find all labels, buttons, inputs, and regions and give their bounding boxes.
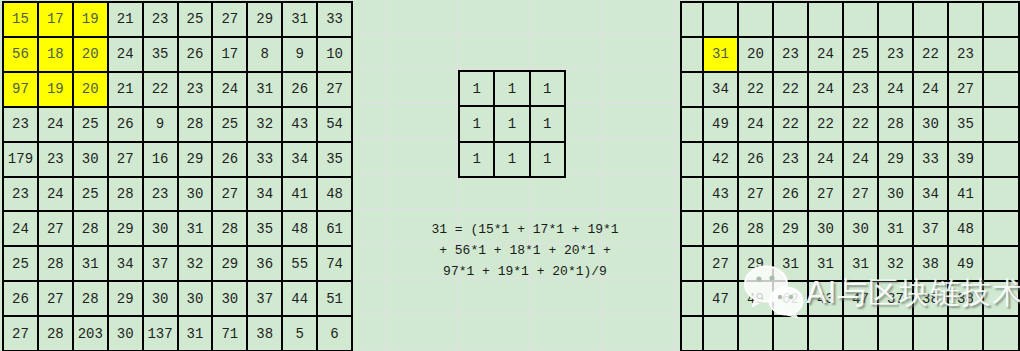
grid-cell: 29 [212, 246, 247, 281]
grid-cell: 38 [913, 281, 948, 316]
grid-cell: 26 [212, 142, 247, 177]
grid-cell [681, 177, 703, 212]
grid-cell: 34 [282, 142, 317, 177]
convolution-demo-page: { "game": "image-convolution demo (3x3 m… [0, 0, 1020, 351]
grid-cell: 31 [773, 246, 808, 281]
grid-cell: 61 [317, 211, 352, 246]
grid-cell: 97 [3, 72, 38, 107]
grid-cell: 26 [773, 177, 808, 212]
grid-cell [983, 246, 1019, 281]
grid-cell: 30 [73, 142, 108, 177]
grid-cell: 49 [738, 281, 773, 316]
grid-cell: 16 [143, 142, 178, 177]
grid-cell: 31 [73, 246, 108, 281]
grid-cell: 25 [73, 177, 108, 212]
grid-cell [681, 316, 703, 351]
grid-cell [681, 246, 703, 281]
grid-cell: 31 [178, 211, 213, 246]
grid-cell: 42 [703, 142, 738, 177]
grid-cell: 26 [282, 72, 317, 107]
grid-cell [983, 316, 1019, 351]
grid-cell [738, 2, 773, 37]
grid-cell [878, 2, 913, 37]
grid-cell: 43 [282, 107, 317, 142]
grid-cell [983, 37, 1019, 72]
grid-cell [681, 107, 703, 142]
grid-cell: 22 [843, 107, 878, 142]
grid-cell [681, 2, 703, 37]
convolution-formula: 31 = (15*1 + 17*1 + 19*1 + 56*1 + 18*1 +… [403, 219, 647, 282]
grid-cell: 34 [247, 177, 282, 212]
grid-cell: 30 [808, 211, 843, 246]
grid-cell: 30 [143, 211, 178, 246]
grid-cell: 30 [913, 107, 948, 142]
grid-cell: 25 [843, 37, 878, 72]
grid-cell: 24 [108, 37, 143, 72]
grid-cell [913, 2, 948, 37]
grid-cell [843, 316, 878, 351]
grid-cell: 31 [282, 2, 317, 37]
grid-cell [948, 316, 983, 351]
grid-cell: 31 [808, 246, 843, 281]
grid-cell: 31 [178, 316, 213, 351]
grid-cell: 27 [212, 177, 247, 212]
grid-cell: 27 [948, 72, 983, 107]
grid-cell: 37 [878, 281, 913, 316]
grid-cell: 28 [38, 316, 73, 351]
formula-line-3: 97*1 + 19*1 + 20*1)/9 [403, 261, 647, 282]
grid-cell: 24 [212, 72, 247, 107]
grid-cell [983, 142, 1019, 177]
grid-cell: 22 [808, 107, 843, 142]
grid-cell: 35 [948, 107, 983, 142]
grid-cell: 29 [773, 211, 808, 246]
grid-cell: 24 [3, 211, 38, 246]
grid-cell: 23 [143, 2, 178, 37]
grid-cell: 24 [843, 142, 878, 177]
grid-cell: 23 [948, 37, 983, 72]
grid-cell: 43 [703, 177, 738, 212]
grid-cell: 23 [843, 72, 878, 107]
grid-cell: 32 [247, 107, 282, 142]
grid-cell: 28 [108, 177, 143, 212]
grid-cell: 33 [317, 2, 352, 37]
grid-cell: 22 [738, 72, 773, 107]
grid-cell [703, 2, 738, 37]
grid-cell: 1 [459, 142, 494, 177]
grid-cell [703, 316, 738, 351]
grid-cell: 30 [143, 281, 178, 316]
grid-cell: 15 [3, 2, 38, 37]
grid-cell: 20 [738, 37, 773, 72]
grid-cell: 27 [3, 316, 38, 351]
grid-cell: 179 [3, 142, 38, 177]
grid-cell: 26 [703, 211, 738, 246]
grid-cell: 19 [38, 72, 73, 107]
grid-cell: 43 [808, 281, 843, 316]
grid-cell: 27 [38, 281, 73, 316]
grid-cell: 9 [143, 107, 178, 142]
grid-cell: 44 [282, 281, 317, 316]
grid-cell: 39 [948, 142, 983, 177]
grid-cell: 48 [317, 177, 352, 212]
grid-cell: 27 [843, 177, 878, 212]
grid-cell: 31 [247, 72, 282, 107]
grid-cell [948, 2, 983, 37]
grid-cell: 18 [38, 37, 73, 72]
grid-cell: 1 [494, 106, 529, 141]
grid-cell: 29 [108, 211, 143, 246]
grid-cell: 25 [178, 2, 213, 37]
grid-cell: 34 [703, 72, 738, 107]
grid-cell [983, 211, 1019, 246]
grid-cell: 31 [878, 211, 913, 246]
grid-cell: 25 [212, 107, 247, 142]
grid-cell: 41 [282, 177, 317, 212]
grid-cell: 24 [878, 72, 913, 107]
grid-cell: 23 [143, 177, 178, 212]
grid-cell: 47 [703, 281, 738, 316]
grid-cell: 47 [843, 281, 878, 316]
grid-cell: 37 [247, 281, 282, 316]
grid-cell: 35 [317, 142, 352, 177]
grid-cell: 33 [913, 142, 948, 177]
grid-cell: 38 [948, 281, 983, 316]
grid-cell: 38 [913, 246, 948, 281]
grid-cell: 1 [494, 71, 529, 106]
grid-cell: 22 [143, 72, 178, 107]
grid-cell: 29 [108, 281, 143, 316]
grid-cell: 48 [282, 211, 317, 246]
grid-cell: 17 [212, 37, 247, 72]
grid-cell: 9 [282, 37, 317, 72]
grid-cell: 20 [73, 72, 108, 107]
grid-cell: 24 [738, 107, 773, 142]
grid-cell [808, 2, 843, 37]
formula-line-2: + 56*1 + 18*1 + 20*1 + [403, 240, 647, 261]
grid-cell: 24 [808, 37, 843, 72]
grid-cell: 27 [808, 177, 843, 212]
grid-cell: 28 [38, 246, 73, 281]
grid-cell: 51 [317, 281, 352, 316]
grid-cell: 37 [143, 246, 178, 281]
grid-cell: 49 [703, 107, 738, 142]
grid-cell: 26 [738, 142, 773, 177]
grid-cell: 6 [317, 316, 352, 351]
grid-cell [808, 316, 843, 351]
grid-cell: 20 [73, 37, 108, 72]
grid-cell: 8 [247, 37, 282, 72]
grid-cell: 17 [38, 2, 73, 37]
grid-cell: 29 [247, 2, 282, 37]
grid-cell: 38 [247, 316, 282, 351]
grid-cell: 35 [143, 37, 178, 72]
grid-cell: 30 [108, 316, 143, 351]
grid-cell: 34 [913, 177, 948, 212]
grid-cell [738, 316, 773, 351]
grid-cell: 19 [73, 2, 108, 37]
grid-cell: 31 [703, 37, 738, 72]
grid-cell: 49 [948, 246, 983, 281]
grid-cell: 1 [530, 71, 565, 106]
grid-cell: 1 [530, 142, 565, 177]
grid-cell [983, 107, 1019, 142]
grid-cell: 24 [808, 72, 843, 107]
grid-cell: 30 [878, 177, 913, 212]
grid-cell: 23 [773, 142, 808, 177]
grid-cell: 37 [913, 211, 948, 246]
grid-cell [878, 316, 913, 351]
kernel-grid: 111111111 [458, 70, 566, 178]
grid-cell: 29 [738, 246, 773, 281]
grid-cell: 23 [3, 177, 38, 212]
grid-cell: 29 [878, 142, 913, 177]
grid-cell [681, 37, 703, 72]
grid-cell: 30 [212, 281, 247, 316]
input-grid: 1517192123252729313356182024352617891097… [2, 1, 353, 351]
grid-cell: 62 [773, 281, 808, 316]
grid-cell [681, 281, 703, 316]
grid-cell: 26 [108, 107, 143, 142]
grid-cell [843, 2, 878, 37]
grid-cell: 22 [913, 37, 948, 72]
grid-cell [773, 2, 808, 37]
grid-cell: 203 [73, 316, 108, 351]
grid-cell: 21 [108, 2, 143, 37]
grid-cell: 27 [212, 2, 247, 37]
grid-cell: 23 [878, 37, 913, 72]
grid-cell: 1 [459, 106, 494, 141]
grid-cell: 23 [773, 37, 808, 72]
grid-cell: 28 [178, 107, 213, 142]
grid-cell: 27 [38, 211, 73, 246]
grid-cell [983, 177, 1019, 212]
grid-cell: 28 [738, 211, 773, 246]
grid-cell [983, 2, 1019, 37]
grid-cell: 26 [3, 281, 38, 316]
grid-cell: 28 [73, 211, 108, 246]
grid-cell: 23 [38, 142, 73, 177]
grid-cell: 29 [178, 142, 213, 177]
grid-cell: 22 [773, 107, 808, 142]
grid-cell: 24 [913, 72, 948, 107]
grid-cell: 31 [843, 246, 878, 281]
grid-cell [983, 72, 1019, 107]
grid-cell: 5 [282, 316, 317, 351]
grid-cell [773, 316, 808, 351]
grid-cell: 30 [178, 281, 213, 316]
grid-cell: 26 [178, 37, 213, 72]
grid-cell: 27 [317, 72, 352, 107]
grid-cell: 28 [212, 211, 247, 246]
grid-cell: 137 [143, 316, 178, 351]
grid-cell: 25 [73, 107, 108, 142]
grid-cell: 25 [3, 246, 38, 281]
grid-cell: 35 [247, 211, 282, 246]
grid-cell: 74 [317, 246, 352, 281]
grid-cell: 32 [878, 246, 913, 281]
grid-cell: 41 [948, 177, 983, 212]
grid-cell: 22 [773, 72, 808, 107]
grid-cell: 24 [38, 107, 73, 142]
grid-cell: 27 [108, 142, 143, 177]
grid-cell: 21 [108, 72, 143, 107]
grid-cell: 34 [108, 246, 143, 281]
grid-cell: 10 [317, 37, 352, 72]
grid-cell: 27 [738, 177, 773, 212]
output-grid: 3120232425232223342222242324242749242222… [680, 1, 1020, 351]
grid-cell: 27 [703, 246, 738, 281]
grid-cell: 71 [212, 316, 247, 351]
grid-cell: 30 [843, 211, 878, 246]
grid-cell: 36 [247, 246, 282, 281]
grid-cell: 28 [878, 107, 913, 142]
grid-cell: 24 [38, 177, 73, 212]
grid-cell: 54 [317, 107, 352, 142]
grid-cell [983, 281, 1019, 316]
grid-cell: 24 [808, 142, 843, 177]
grid-cell [681, 211, 703, 246]
grid-cell: 28 [73, 281, 108, 316]
grid-cell: 32 [178, 246, 213, 281]
grid-cell [681, 72, 703, 107]
grid-cell: 1 [459, 71, 494, 106]
grid-cell: 23 [3, 107, 38, 142]
grid-cell [681, 142, 703, 177]
formula-line-1: 31 = (15*1 + 17*1 + 19*1 [403, 219, 647, 240]
grid-cell: 33 [247, 142, 282, 177]
grid-cell: 48 [948, 211, 983, 246]
grid-cell: 56 [3, 37, 38, 72]
grid-cell: 23 [178, 72, 213, 107]
grid-cell: 55 [282, 246, 317, 281]
grid-cell: 1 [494, 142, 529, 177]
grid-cell [913, 316, 948, 351]
grid-cell: 30 [178, 177, 213, 212]
grid-cell: 1 [530, 106, 565, 141]
